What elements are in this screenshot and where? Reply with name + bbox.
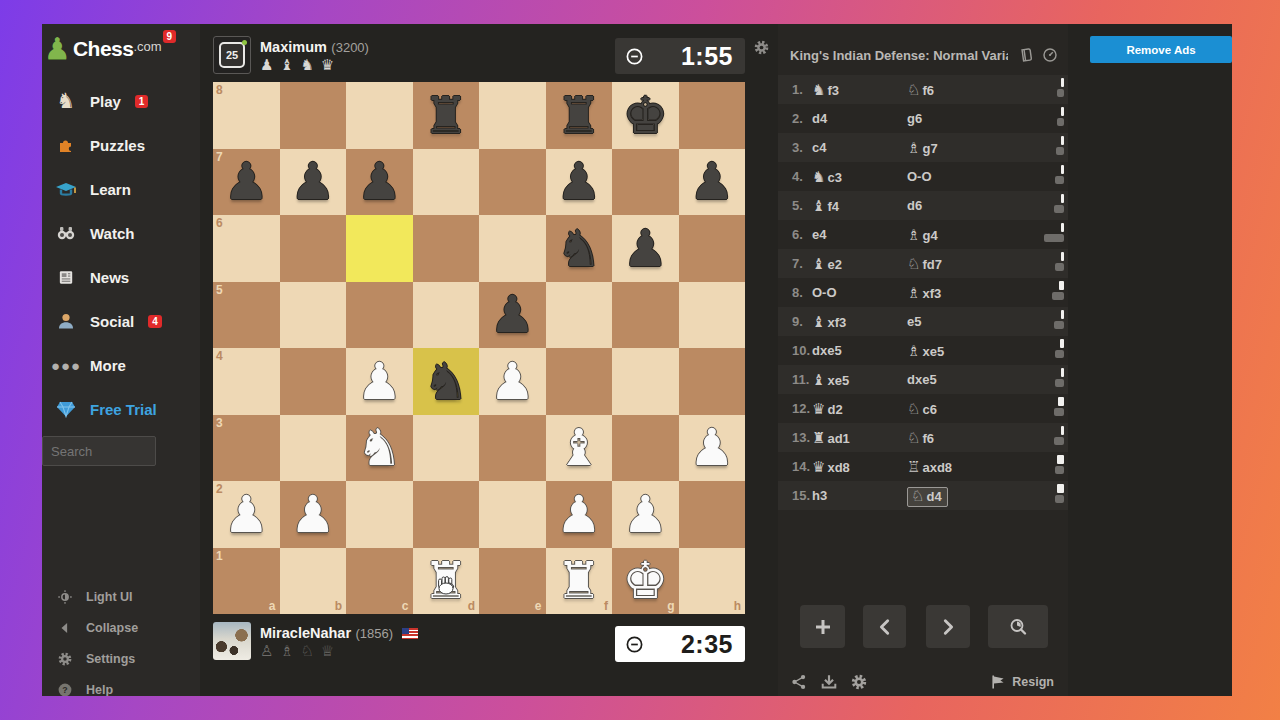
square-b6[interactable] xyxy=(280,215,347,282)
move-number: 9. xyxy=(778,314,812,329)
move-time-bars xyxy=(1040,281,1064,300)
move-row: 10.dxe5♗xe5 xyxy=(778,336,1068,365)
square-b4[interactable] xyxy=(280,348,347,415)
black-move[interactable]: dxe5 xyxy=(907,372,1002,387)
square-e7[interactable] xyxy=(479,149,546,216)
move-row: 14.♛xd8♖axd8 xyxy=(778,452,1068,481)
badge: 4 xyxy=(148,315,162,328)
square-c8[interactable] xyxy=(346,82,413,149)
square-e5[interactable]: ♟ xyxy=(479,282,546,349)
square-c5[interactable] xyxy=(346,282,413,349)
move-number: 7. xyxy=(778,256,812,271)
graduation-cap-icon xyxy=(54,177,78,201)
piece-bk-g8[interactable]: ♚ xyxy=(612,82,679,149)
move-row: 5.♝f4d6 xyxy=(778,191,1068,220)
move-number: 14. xyxy=(778,459,812,474)
piece-br-f8[interactable]: ♜ xyxy=(546,82,613,149)
move-number: 1. xyxy=(778,82,812,97)
gear-icon xyxy=(56,650,74,668)
diamond-icon xyxy=(54,397,78,421)
search-input[interactable] xyxy=(42,436,156,466)
square-a4[interactable]: 4 xyxy=(213,348,280,415)
black-move[interactable]: O-O xyxy=(907,169,1002,184)
black-move[interactable]: ♗xe5 xyxy=(907,342,1002,360)
move-number: 12. xyxy=(778,401,812,416)
white-move[interactable]: ♜ad1 xyxy=(812,429,907,447)
square-b2[interactable]: ♟ xyxy=(280,481,347,548)
share-icon[interactable] xyxy=(790,673,808,691)
square-e3[interactable] xyxy=(479,415,546,482)
square-d2[interactable] xyxy=(413,481,480,548)
white-move[interactable]: d4 xyxy=(812,111,907,126)
black-move[interactable]: ♘f6 xyxy=(907,81,1002,99)
square-g8[interactable]: ♚ xyxy=(612,82,679,149)
sidebar-footer-settings[interactable]: Settings xyxy=(42,646,200,672)
square-c2[interactable] xyxy=(346,481,413,548)
dots-icon: ●●● xyxy=(54,353,78,377)
square-d3[interactable] xyxy=(413,415,480,482)
notifications-badge: 9 xyxy=(163,30,177,43)
square-f2[interactable]: ♟ xyxy=(546,481,613,548)
sidebar-item-play[interactable]: ♞Play1 xyxy=(42,84,200,118)
move-number: 3. xyxy=(778,140,812,155)
square-e8[interactable] xyxy=(479,82,546,149)
square-d5[interactable] xyxy=(413,282,480,349)
move-row: 12.♛d2♘c6 xyxy=(778,394,1068,423)
piece-bp-a7[interactable]: ♟ xyxy=(213,149,280,216)
black-move[interactable]: ♗xf3 xyxy=(907,284,1002,302)
square-c3[interactable]: ♞ xyxy=(346,415,413,482)
move-row: 11.♝xe5dxe5 xyxy=(778,365,1068,394)
white-move[interactable]: ♛xd8 xyxy=(812,458,907,476)
collapse-icon xyxy=(56,619,74,637)
square-f5[interactable] xyxy=(546,282,613,349)
piece-wr-f1[interactable]: ♜ xyxy=(546,548,613,615)
piece-wp-a2[interactable]: ♟ xyxy=(213,481,280,548)
sidebar-item-puzzles[interactable]: Puzzles xyxy=(42,128,200,162)
square-h3[interactable]: ♟ xyxy=(679,415,746,482)
square-h1[interactable]: h xyxy=(679,548,746,615)
binoculars-icon xyxy=(54,221,78,245)
clock-icon xyxy=(625,47,644,66)
help-icon: ? xyxy=(56,681,74,696)
square-e1[interactable]: e xyxy=(479,548,546,615)
clock-icon xyxy=(625,635,644,654)
black-move[interactable]: d6 xyxy=(907,198,1002,213)
resign-button[interactable]: Resign xyxy=(990,674,1054,690)
piece-wn-c3[interactable]: ♞ xyxy=(346,415,413,482)
puzzle-icon xyxy=(54,133,78,157)
logo-text: Chess xyxy=(73,32,134,66)
sidebar-footer-collapse[interactable]: Collapse xyxy=(42,615,200,641)
move-number: 2. xyxy=(778,111,812,126)
square-b5[interactable] xyxy=(280,282,347,349)
settings-gear-icon[interactable] xyxy=(850,673,868,691)
badge: 1 xyxy=(135,95,149,108)
black-move[interactable]: ♖axd8 xyxy=(907,458,1002,476)
move-time-bars xyxy=(1040,397,1064,416)
piece-bn-d4[interactable]: ♞ xyxy=(413,348,480,415)
piece-wk-g1[interactable]: ♚ xyxy=(612,548,679,615)
move-number: 10. xyxy=(778,343,812,358)
white-move[interactable]: ♞c3 xyxy=(812,168,907,186)
move-time-bars xyxy=(1040,455,1064,474)
white-move[interactable]: ♞f3 xyxy=(812,81,907,99)
square-c7[interactable]: ♟ xyxy=(346,149,413,216)
plus-icon xyxy=(813,617,833,637)
move-time-bars xyxy=(1040,339,1064,358)
piece-bp-g6[interactable]: ♟ xyxy=(612,215,679,282)
piece-bp-c7[interactable]: ♟ xyxy=(346,149,413,216)
square-a7[interactable]: 7♟ xyxy=(213,149,280,216)
white-move[interactable]: ♛d2 xyxy=(812,400,907,418)
square-g3[interactable] xyxy=(612,415,679,482)
sidebar-item-news[interactable]: News xyxy=(42,260,200,294)
move-row: 9.♝xf3e5 xyxy=(778,307,1068,336)
move-list-panel: King's Indian Defense: Normal Varia... 1… xyxy=(778,24,1068,696)
download-icon[interactable] xyxy=(820,673,838,691)
explorer-compass-icon[interactable] xyxy=(1042,47,1058,63)
move-time-bars xyxy=(1040,107,1064,126)
square-d4[interactable]: ♞ xyxy=(413,348,480,415)
move-time-bars xyxy=(1040,426,1064,445)
move-row: 2.d4g6 xyxy=(778,104,1068,133)
square-f8[interactable]: ♜ xyxy=(546,82,613,149)
move-time-bars xyxy=(1040,78,1064,97)
captured-pieces-top: ♟ ♝ ♞ ♛ xyxy=(260,56,335,74)
square-f7[interactable]: ♟ xyxy=(546,149,613,216)
pawn-logo-icon: ♟ xyxy=(44,32,71,66)
knight-icon: ♞ xyxy=(54,89,78,113)
sidebar-item-watch[interactable]: Watch xyxy=(42,216,200,250)
move-time-bars xyxy=(1040,165,1064,184)
bottom-player-name[interactable]: MiracleNahar xyxy=(260,625,351,641)
square-f1[interactable]: f♜ xyxy=(546,548,613,615)
move-time-bars xyxy=(1040,252,1064,271)
square-h5[interactable] xyxy=(679,282,746,349)
add-move-button[interactable] xyxy=(800,605,845,648)
move-number: 8. xyxy=(778,285,812,300)
move-row: 4.♞c3O-O xyxy=(778,162,1068,191)
move-number: 11. xyxy=(778,372,812,387)
square-g6[interactable]: ♟ xyxy=(612,215,679,282)
square-c4[interactable]: ♟ xyxy=(346,348,413,415)
move-time-bars xyxy=(1040,368,1064,387)
piece-bn-f6[interactable]: ♞ xyxy=(546,215,613,282)
piece-wp-b2[interactable]: ♟ xyxy=(280,481,347,548)
previous-move-button[interactable] xyxy=(863,605,906,648)
engine-avatar[interactable]: 25 xyxy=(213,36,251,74)
piece-wr-d1[interactable]: ♜ xyxy=(413,548,480,615)
square-d8[interactable]: ♜ xyxy=(413,82,480,149)
black-move[interactable]: ♘fd7 xyxy=(907,255,1002,273)
black-move[interactable]: ♗g7 xyxy=(907,139,1002,157)
white-move[interactable]: O-O xyxy=(812,285,907,300)
square-a2[interactable]: 2♟ xyxy=(213,481,280,548)
chess-board[interactable]: 8♜♜♚7♟♟♟♟♟6♞♟5♟4♟♞♟3♞♝♟2♟♟♟♟1abcd♜ef♜g♚h xyxy=(213,82,745,614)
piece-wp-c4[interactable]: ♟ xyxy=(346,348,413,415)
black-move[interactable]: ♘c6 xyxy=(907,400,1002,418)
person-icon xyxy=(54,309,78,333)
next-move-button[interactable] xyxy=(926,605,970,648)
piece-wb-f3[interactable]: ♝ xyxy=(546,415,613,482)
piece-br-d8[interactable]: ♜ xyxy=(413,82,480,149)
square-f4[interactable] xyxy=(546,348,613,415)
black-move[interactable]: ♗g4 xyxy=(907,226,1002,244)
square-c1[interactable]: c xyxy=(346,548,413,615)
sidebar-item-social[interactable]: Social4 xyxy=(42,304,200,338)
piece-wp-h3[interactable]: ♟ xyxy=(679,415,746,482)
chevron-left-icon xyxy=(876,618,894,636)
square-a6[interactable]: 6 xyxy=(213,215,280,282)
white-move[interactable]: ♝e2 xyxy=(812,255,907,273)
move-controls xyxy=(778,605,1068,648)
white-move[interactable]: ♝f4 xyxy=(812,197,907,215)
square-a5[interactable]: 5 xyxy=(213,282,280,349)
move-row: 1.♞f3♘f6 xyxy=(778,75,1068,104)
remove-ads-button[interactable]: Remove Ads xyxy=(1090,36,1232,63)
move-time-bars xyxy=(1040,194,1064,213)
white-move[interactable]: ♝xe5 xyxy=(812,371,907,389)
user-avatar[interactable] xyxy=(213,622,251,660)
sidebar: ♟ Chess .com 9 ♞Play1PuzzlesLearnWatchNe… xyxy=(42,24,200,696)
light-ui-icon xyxy=(56,588,74,606)
resign-flag-icon xyxy=(990,674,1006,690)
move-time-bars xyxy=(1040,484,1064,503)
square-g4[interactable] xyxy=(612,348,679,415)
captured-pieces-bottom: ♙ ♗ ♘ ♕ xyxy=(260,642,335,660)
move-row: 8.O-O♗xf3 xyxy=(778,278,1068,307)
square-a1[interactable]: 1a xyxy=(213,548,280,615)
square-d6[interactable] xyxy=(413,215,480,282)
move-row: 13.♜ad1♘f6 xyxy=(778,423,1068,452)
square-e6[interactable] xyxy=(479,215,546,282)
black-move[interactable]: e5 xyxy=(907,314,1002,329)
white-move[interactable]: dxe5 xyxy=(812,343,907,358)
square-h7[interactable]: ♟ xyxy=(679,149,746,216)
chess-app-window: ♟ Chess .com 9 ♞Play1PuzzlesLearnWatchNe… xyxy=(42,24,1232,696)
square-h6[interactable] xyxy=(679,215,746,282)
sidebar-footer-help[interactable]: ?Help xyxy=(42,677,200,696)
piece-bp-h7[interactable]: ♟ xyxy=(679,149,746,216)
square-h2[interactable] xyxy=(679,481,746,548)
sidebar-footer-light-ui[interactable]: Light UI xyxy=(42,584,200,610)
board-settings-gear-icon[interactable] xyxy=(753,39,770,56)
white-move[interactable]: c4 xyxy=(812,140,907,155)
move-time-bars xyxy=(1040,310,1064,329)
square-g5[interactable] xyxy=(612,282,679,349)
piece-wp-e4[interactable]: ♟ xyxy=(479,348,546,415)
bottom-clock-time: 2:35 xyxy=(681,630,733,659)
square-g1[interactable]: g♚ xyxy=(612,548,679,615)
top-player-name[interactable]: Maximum xyxy=(260,39,327,55)
move-number: 5. xyxy=(778,198,812,213)
chevron-right-icon xyxy=(939,618,957,636)
square-b8[interactable] xyxy=(280,82,347,149)
square-g2[interactable]: ♟ xyxy=(612,481,679,548)
piece-wp-f2[interactable]: ♟ xyxy=(546,481,613,548)
black-move[interactable]: ♘d4 xyxy=(907,487,1002,505)
move-number: 4. xyxy=(778,169,812,184)
bottom-player-rating: (1856) xyxy=(356,626,394,641)
sidebar-item-learn[interactable]: Learn xyxy=(42,172,200,206)
svg-text:?: ? xyxy=(62,685,67,695)
square-b1[interactable]: b xyxy=(280,548,347,615)
piece-bp-b7[interactable]: ♟ xyxy=(280,149,347,216)
square-a3[interactable]: 3 xyxy=(213,415,280,482)
square-h4[interactable] xyxy=(679,348,746,415)
bottom-player-clock: 2:35 xyxy=(615,626,745,662)
white-move[interactable]: e4 xyxy=(812,227,907,242)
square-a8[interactable]: 8 xyxy=(213,82,280,149)
square-d7[interactable] xyxy=(413,149,480,216)
chesscom-logo[interactable]: ♟ Chess .com 9 xyxy=(44,32,175,66)
sidebar-item-free-trial[interactable]: Free Trial xyxy=(42,392,200,426)
engine-status-dot xyxy=(242,40,247,45)
white-move[interactable]: h3 xyxy=(812,488,907,503)
move-time-bars xyxy=(1040,223,1064,242)
analysis-button[interactable] xyxy=(988,605,1048,648)
us-flag-icon xyxy=(402,628,418,639)
move-row: 7.♝e2♘fd7 xyxy=(778,249,1068,278)
piece-wp-g2[interactable]: ♟ xyxy=(612,481,679,548)
piece-bp-f7[interactable]: ♟ xyxy=(546,149,613,216)
white-move[interactable]: ♝xf3 xyxy=(812,313,907,331)
piece-bp-e5[interactable]: ♟ xyxy=(479,282,546,349)
current-move-highlight: ♘d4 xyxy=(907,487,948,507)
square-e2[interactable] xyxy=(479,481,546,548)
square-g7[interactable] xyxy=(612,149,679,216)
square-h8[interactable] xyxy=(679,82,746,149)
black-move[interactable]: ♘f6 xyxy=(907,429,1002,447)
move-row: 6.e4♗g4 xyxy=(778,220,1068,249)
square-b7[interactable]: ♟ xyxy=(280,149,347,216)
sidebar-item-more[interactable]: ●●●More xyxy=(42,348,200,382)
top-player-clock: 1:55 xyxy=(615,38,745,74)
move-row: 3.c4♗g7 xyxy=(778,133,1068,162)
move-time-bars xyxy=(1040,136,1064,155)
square-f6[interactable]: ♞ xyxy=(546,215,613,282)
move-number: 6. xyxy=(778,227,812,242)
opening-name: King's Indian Defense: Normal Varia... xyxy=(790,48,1008,63)
move-row: 15.h3♘d4 xyxy=(778,481,1068,510)
square-b3[interactable] xyxy=(280,415,347,482)
magnifier-analysis-icon xyxy=(1008,617,1028,637)
move-number: 15. xyxy=(778,488,812,503)
square-d1[interactable]: d♜ xyxy=(413,548,480,615)
top-player-rating: (3200) xyxy=(331,40,369,55)
square-e4[interactable]: ♟ xyxy=(479,348,546,415)
black-move[interactable]: g6 xyxy=(907,111,1002,126)
move-number: 13. xyxy=(778,430,812,445)
opening-book-icon[interactable] xyxy=(1017,46,1035,64)
newspaper-icon xyxy=(54,265,78,289)
square-f3[interactable]: ♝ xyxy=(546,415,613,482)
square-c6[interactable] xyxy=(346,215,413,282)
top-clock-time: 1:55 xyxy=(681,42,733,71)
